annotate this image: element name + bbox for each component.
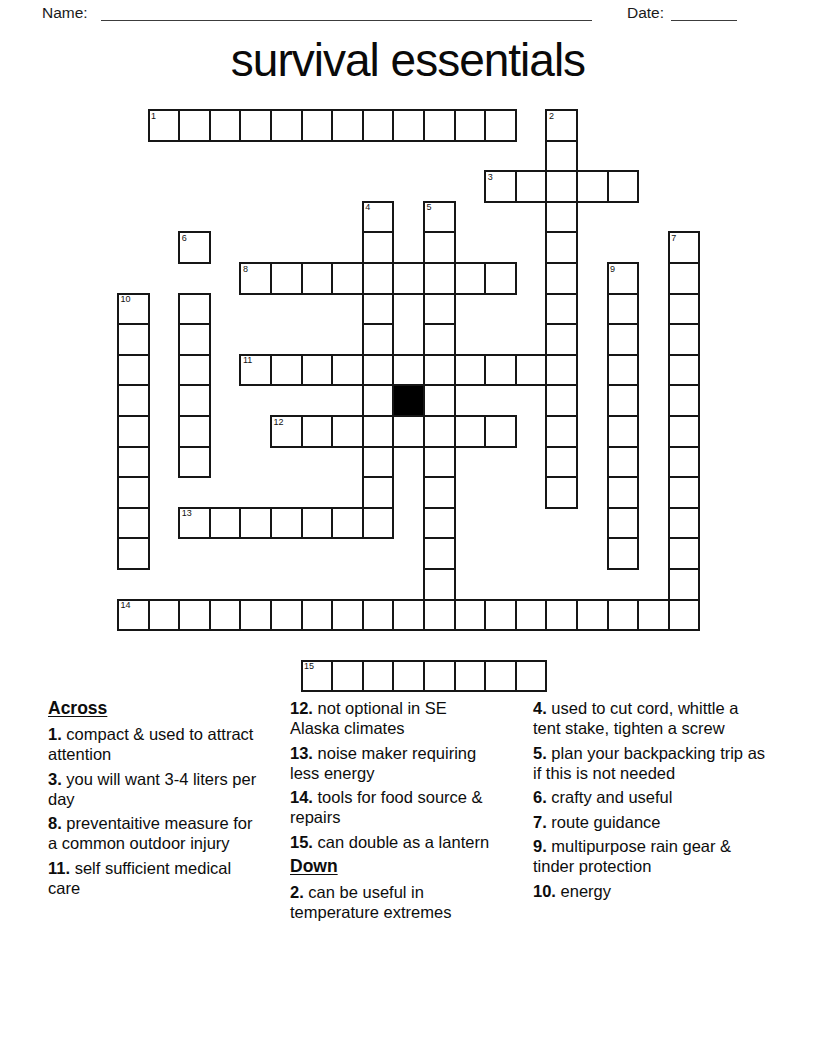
grid-cell[interactable] <box>545 446 578 479</box>
grid-cell[interactable] <box>545 354 578 387</box>
cell-number: 12 <box>274 418 284 427</box>
clue-number: 10. <box>533 882 556 900</box>
grid-cell[interactable] <box>545 476 578 509</box>
grid-cell[interactable] <box>484 415 517 448</box>
grid-cell[interactable] <box>515 354 548 387</box>
grid-cell[interactable] <box>270 109 303 142</box>
grid-cell[interactable] <box>484 354 517 387</box>
grid-cell[interactable] <box>178 354 211 387</box>
grid-cell[interactable] <box>239 507 272 540</box>
grid-cell[interactable] <box>117 537 150 570</box>
grid-cell[interactable] <box>607 384 640 417</box>
grid-cell[interactable] <box>423 293 456 326</box>
clue-number: 8. <box>48 814 62 832</box>
name-label: Name: <box>42 4 88 22</box>
grid-cell[interactable] <box>301 109 334 142</box>
grid-cell[interactable] <box>178 415 211 448</box>
grid-cell[interactable] <box>515 660 548 693</box>
clue-column-down: 4. used to cut cord, whittle a tent stak… <box>533 698 766 905</box>
grid-cell[interactable] <box>117 476 150 509</box>
grid-cell[interactable] <box>423 660 456 693</box>
grid-cell[interactable] <box>239 109 272 142</box>
clue-down-10: 10. energy <box>533 881 766 901</box>
grid-cell[interactable] <box>392 354 425 387</box>
clue-text: route guidance <box>551 813 660 831</box>
clue-down-9: 9. multipurpose rain gear & tinder prote… <box>533 836 766 876</box>
grid-cell[interactable] <box>178 293 211 326</box>
grid-cell[interactable] <box>392 109 425 142</box>
grid-cell[interactable] <box>576 599 609 632</box>
clue-text: compact & used to attract attention <box>48 725 253 763</box>
grid-cell[interactable] <box>209 507 242 540</box>
grid-cell[interactable] <box>270 599 303 632</box>
grid-cell[interactable] <box>362 262 395 295</box>
grid-cell[interactable] <box>515 170 548 203</box>
clue-across-1: 1. compact & used to attract attention <box>48 724 264 764</box>
grid-cell[interactable]: 14 <box>117 599 150 632</box>
cell-number: 1 <box>151 112 156 121</box>
grid-cell[interactable] <box>454 660 487 693</box>
clue-number: 5. <box>533 744 547 762</box>
grid-cell[interactable] <box>423 415 456 448</box>
cell-number: 14 <box>121 601 131 610</box>
clue-text: multipurpose rain gear & tinder protecti… <box>533 837 731 875</box>
grid-cell[interactable] <box>668 354 701 387</box>
clue-text: you will want 3-4 liters per day <box>48 770 256 808</box>
grid-cell[interactable] <box>668 507 701 540</box>
grid-cell[interactable] <box>423 446 456 479</box>
grid-cell[interactable] <box>209 109 242 142</box>
grid-cell[interactable] <box>117 354 150 387</box>
grid-cell[interactable] <box>392 262 425 295</box>
grid-cell[interactable] <box>576 170 609 203</box>
grid-cell[interactable] <box>423 354 456 387</box>
grid-cell[interactable] <box>178 109 211 142</box>
clue-text: self sufficient medical care <box>48 859 231 897</box>
grid-cell[interactable] <box>545 140 578 173</box>
grid-cell[interactable] <box>423 568 456 601</box>
grid-cell[interactable] <box>484 262 517 295</box>
clue-text: crafty and useful <box>551 788 672 806</box>
clue-text: tools for food source & repairs <box>290 788 483 826</box>
clue-number: 4. <box>533 699 547 717</box>
grid-cell[interactable] <box>668 323 701 356</box>
grid-cell[interactable]: 3 <box>484 170 517 203</box>
grid-cell[interactable] <box>148 599 181 632</box>
grid-cell[interactable] <box>545 323 578 356</box>
grid-cell[interactable]: 13 <box>178 507 211 540</box>
clue-text: preventaitive measure for a common outdo… <box>48 814 253 852</box>
across-header: Across <box>48 698 264 718</box>
grid-cell[interactable] <box>362 599 395 632</box>
clue-text: not optional in SE Alaska climates <box>290 699 447 737</box>
grid-cell[interactable] <box>607 599 640 632</box>
clue-down-2: 2. can be useful in temperature extremes <box>290 882 499 922</box>
grid-cell[interactable] <box>362 446 395 479</box>
grid-cell[interactable] <box>423 599 456 632</box>
clue-text: can double as a lantern <box>318 833 490 851</box>
grid-cell[interactable] <box>178 599 211 632</box>
grid-cell[interactable] <box>668 476 701 509</box>
grid-cell[interactable] <box>668 293 701 326</box>
cell-number: 5 <box>427 203 432 212</box>
grid-cell[interactable] <box>178 384 211 417</box>
grid-cell[interactable] <box>607 323 640 356</box>
grid-cell[interactable] <box>545 293 578 326</box>
grid-cell[interactable] <box>607 170 640 203</box>
grid-cell[interactable] <box>362 476 395 509</box>
grid-cell[interactable] <box>331 354 364 387</box>
grid-cell[interactable] <box>270 354 303 387</box>
grid-cell[interactable] <box>454 599 487 632</box>
down-header: Down <box>290 856 499 876</box>
puzzle-title: survival essentials <box>0 33 816 87</box>
grid-cell[interactable] <box>668 384 701 417</box>
grid-cell[interactable] <box>484 599 517 632</box>
grid-cell[interactable] <box>607 446 640 479</box>
grid-cell[interactable] <box>545 415 578 448</box>
clue-down-6: 6. crafty and useful <box>533 787 766 807</box>
grid-cell[interactable] <box>301 599 334 632</box>
cell-number: 7 <box>671 234 676 243</box>
grid-cell[interactable] <box>270 262 303 295</box>
grid-cell[interactable] <box>362 384 395 417</box>
grid-cell[interactable] <box>178 446 211 479</box>
grid-cell[interactable] <box>362 507 395 540</box>
grid-cell[interactable] <box>545 170 578 203</box>
clue-number: 9. <box>533 837 547 855</box>
clue-number: 12. <box>290 699 313 717</box>
grid-cell[interactable] <box>362 293 395 326</box>
grid-cell[interactable] <box>545 262 578 295</box>
grid-cell[interactable] <box>484 109 517 142</box>
grid-cell[interactable] <box>331 507 364 540</box>
grid-cell[interactable] <box>362 415 395 448</box>
grid-cell[interactable]: 2 <box>545 109 578 142</box>
clue-text: used to cut cord, whittle a tent stake, … <box>533 699 738 737</box>
cell-number: 15 <box>304 662 314 671</box>
cell-number: 2 <box>549 112 554 121</box>
clue-number: 6. <box>533 788 547 806</box>
grid-cell[interactable] <box>454 415 487 448</box>
grid-cell[interactable] <box>392 599 425 632</box>
clue-across-15: 15. can double as a lantern <box>290 832 499 852</box>
grid-cell[interactable] <box>668 537 701 570</box>
grid-cell[interactable]: 10 <box>117 293 150 326</box>
grid-cell[interactable] <box>545 384 578 417</box>
grid-cell[interactable] <box>301 354 334 387</box>
grid-cell[interactable] <box>331 262 364 295</box>
grid-cell[interactable] <box>454 109 487 142</box>
clue-down-4: 4. used to cut cord, whittle a tent stak… <box>533 698 766 738</box>
date-blank-field[interactable] <box>671 20 737 21</box>
cell-number: 8 <box>243 265 248 274</box>
grid-cell[interactable]: 12 <box>270 415 303 448</box>
black-cell <box>392 384 425 417</box>
clue-across-8: 8. preventaitive measure for a common ou… <box>48 813 264 853</box>
grid-cell[interactable] <box>117 415 150 448</box>
clue-column-middle: 12. not optional in SE Alaska climates 1… <box>290 698 499 927</box>
grid-cell[interactable] <box>668 262 701 295</box>
clue-number: 11. <box>48 859 70 877</box>
grid-cell[interactable] <box>117 323 150 356</box>
grid-cell[interactable] <box>331 660 364 693</box>
grid-cell[interactable] <box>637 599 670 632</box>
grid-cell[interactable] <box>668 568 701 601</box>
worksheet-page: Name: Date: survival essentials 12345678… <box>0 0 816 1056</box>
grid-cell[interactable] <box>209 599 242 632</box>
grid-cell[interactable] <box>331 109 364 142</box>
grid-cell[interactable] <box>607 415 640 448</box>
grid-cell[interactable] <box>117 507 150 540</box>
grid-cell[interactable] <box>607 354 640 387</box>
grid-cell[interactable] <box>607 507 640 540</box>
grid-cell[interactable] <box>362 660 395 693</box>
clue-number: 2. <box>290 883 304 901</box>
grid-cell[interactable] <box>423 507 456 540</box>
clue-column-across: Across 1. compact & used to attract atte… <box>48 698 264 902</box>
cell-number: 3 <box>488 173 493 182</box>
grid-cell[interactable] <box>392 415 425 448</box>
grid-cell[interactable]: 9 <box>607 262 640 295</box>
grid-cell[interactable] <box>423 262 456 295</box>
clue-number: 14. <box>290 788 313 806</box>
grid-cell[interactable] <box>117 384 150 417</box>
cell-number: 6 <box>182 234 187 243</box>
crossword-grid: 123456789101112131415 <box>117 109 701 693</box>
grid-cell[interactable] <box>270 507 303 540</box>
grid-cell[interactable] <box>301 415 334 448</box>
grid-cell[interactable] <box>484 660 517 693</box>
clue-across-11: 11. self sufficient medical care <box>48 858 264 898</box>
clue-across-12: 12. not optional in SE Alaska climates <box>290 698 499 738</box>
clue-number: 15. <box>290 833 313 851</box>
grid-cell[interactable] <box>362 323 395 356</box>
grid-cell[interactable]: 5 <box>423 201 456 234</box>
grid-cell[interactable] <box>331 599 364 632</box>
grid-cell[interactable] <box>607 476 640 509</box>
clue-down-5: 5. plan your backpacking trip as if this… <box>533 743 766 783</box>
clue-text: can be useful in temperature extremes <box>290 883 451 921</box>
clue-number: 7. <box>533 813 547 831</box>
grid-cell[interactable]: 7 <box>668 231 701 264</box>
grid-cell[interactable] <box>545 201 578 234</box>
clue-down-7: 7. route guidance <box>533 812 766 832</box>
grid-cell[interactable] <box>392 660 425 693</box>
cell-number: 13 <box>182 509 192 518</box>
grid-cell[interactable] <box>239 599 272 632</box>
clue-across-3: 3. you will want 3-4 liters per day <box>48 769 264 809</box>
grid-cell[interactable] <box>362 231 395 264</box>
grid-cell[interactable] <box>454 354 487 387</box>
grid-cell[interactable] <box>515 599 548 632</box>
grid-cell[interactable] <box>331 415 364 448</box>
grid-cell[interactable] <box>423 537 456 570</box>
grid-cell[interactable] <box>668 599 701 632</box>
grid-cell[interactable] <box>178 323 211 356</box>
grid-cell[interactable] <box>668 446 701 479</box>
grid-cell[interactable] <box>423 384 456 417</box>
grid-cell[interactable] <box>668 415 701 448</box>
cell-number: 4 <box>365 203 370 212</box>
grid-cell[interactable] <box>607 293 640 326</box>
cell-number: 9 <box>610 265 615 274</box>
clue-number: 1. <box>48 725 62 743</box>
cell-number: 10 <box>121 295 131 304</box>
grid-cell[interactable] <box>607 537 640 570</box>
grid-cell[interactable]: 11 <box>239 354 272 387</box>
clue-number: 13. <box>290 744 313 762</box>
grid-cell[interactable]: 1 <box>148 109 181 142</box>
date-label: Date: <box>627 4 664 22</box>
name-blank-field[interactable] <box>101 20 592 21</box>
clue-across-14: 14. tools for food source & repairs <box>290 787 499 827</box>
cell-number: 11 <box>243 356 252 365</box>
grid-cell[interactable] <box>423 323 456 356</box>
grid-cell[interactable]: 15 <box>301 660 334 693</box>
grid-cell[interactable] <box>423 231 456 264</box>
clue-across-13: 13. noise maker requiring less energy <box>290 743 499 783</box>
grid-cell[interactable] <box>454 262 487 295</box>
grid-cell[interactable] <box>423 109 456 142</box>
clue-text: noise maker requiring less energy <box>290 744 476 782</box>
grid-cell[interactable] <box>301 262 334 295</box>
grid-cell[interactable] <box>117 446 150 479</box>
clue-number: 3. <box>48 770 62 788</box>
grid-cell[interactable]: 8 <box>239 262 272 295</box>
grid-cell[interactable] <box>545 599 578 632</box>
grid-cell[interactable] <box>301 507 334 540</box>
grid-cell[interactable]: 6 <box>178 231 211 264</box>
clue-text: energy <box>561 882 611 900</box>
clue-text: plan your backpacking trip as if this is… <box>533 744 765 782</box>
grid-cell[interactable]: 4 <box>362 201 395 234</box>
grid-cell[interactable] <box>362 354 395 387</box>
grid-cell[interactable] <box>423 476 456 509</box>
grid-cell[interactable] <box>362 109 395 142</box>
grid-cell[interactable] <box>545 231 578 264</box>
